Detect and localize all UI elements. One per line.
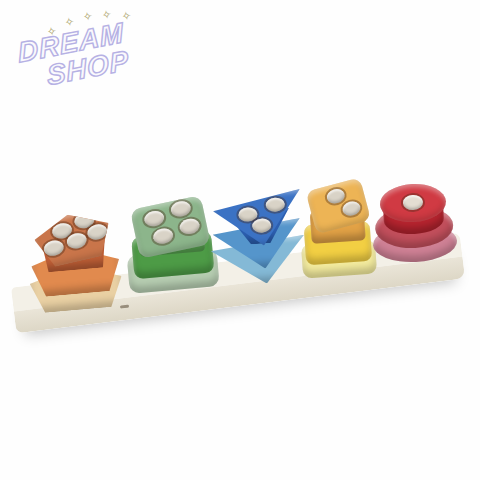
product-photo-canvas: ✧ ✧ ✧ ✧ ✧ DREAM SHOP [0,0,480,480]
peg [152,227,175,246]
watermark-text-dream: DREAM [17,12,167,66]
stack-triangle-blue [205,187,309,288]
star-icon: ✧ [46,25,59,43]
peg [341,200,362,218]
peg [325,187,346,205]
star-icon: ✧ [101,8,114,26]
watermark-stars: ✧ ✧ ✧ ✧ ✧ [44,0,163,35]
peg [403,194,424,210]
stack-circle-red [368,182,460,264]
peg [170,199,193,218]
peg [265,197,285,212]
star-icon: ✧ [63,15,76,33]
watermark-text-shop: SHOP [46,39,172,89]
watermark-logo: ✧ ✧ ✧ ✧ ✧ DREAM SHOP [13,0,174,93]
stack-pentagon-orange [22,208,128,314]
stack-rectangle-yellow [297,181,379,278]
peg [252,218,272,233]
peg [142,209,165,228]
star-icon: ✧ [82,10,95,28]
star-icon: ✧ [120,9,133,27]
peg [179,217,202,236]
